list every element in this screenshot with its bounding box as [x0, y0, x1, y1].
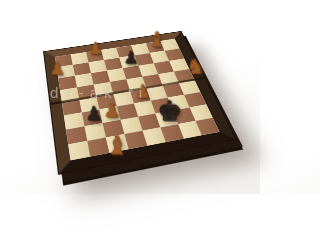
piece-white-pawn-e4[interactable]: ♟	[134, 83, 151, 101]
piece-white-knight-h5[interactable]: ♞	[185, 57, 204, 78]
square-f1[interactable]	[160, 124, 183, 142]
chess-board-grid: ♟♝♟♟♞♟♟♟♚♝	[55, 39, 219, 160]
piece-black-pawn-b3[interactable]: ♟	[85, 104, 102, 123]
piece-black-pawn-e7[interactable]: ♟	[123, 49, 138, 66]
piece-white-pawn-a7[interactable]: ♟	[49, 61, 65, 78]
piece-white-pawn-c8[interactable]: ♟	[88, 40, 103, 57]
square-a7[interactable]: ♟	[57, 65, 75, 79]
piece-black-king-f2[interactable]: ♚	[156, 97, 181, 125]
piece-white-bishop-c1[interactable]: ♝	[104, 133, 128, 160]
chess-board[interactable]: ♟♝♟♟♞♟♟♟♚♝	[44, 32, 235, 174]
piece-white-pawn-c3[interactable]: ♟	[103, 101, 120, 120]
square-c1[interactable]: ♝	[106, 134, 129, 153]
piece-white-bishop-g8[interactable]: ♝	[147, 29, 166, 50]
chess-scene: ♟♝♟♟♞♟♟♟♚♝	[22, 4, 238, 190]
